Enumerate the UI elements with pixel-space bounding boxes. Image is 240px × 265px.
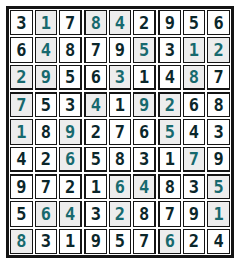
cell-r6c2[interactable]: 2	[35, 147, 58, 172]
cell-r5c5[interactable]: 7	[109, 119, 132, 144]
cell-r9c4[interactable]: 9	[84, 229, 107, 254]
cell-r8c7[interactable]: 7	[158, 201, 181, 226]
cell-r7c2[interactable]: 7	[35, 174, 58, 199]
cell-r9c7[interactable]: 6	[158, 229, 181, 254]
cell-r7c6[interactable]: 4	[133, 174, 156, 199]
cell-r1c6[interactable]: 2	[133, 10, 156, 35]
cell-r6c6[interactable]: 3	[133, 147, 156, 172]
cell-r4c4[interactable]: 4	[84, 92, 107, 117]
cell-r6c5[interactable]: 8	[109, 147, 132, 172]
cell-r8c5[interactable]: 2	[109, 201, 132, 226]
cell-r6c7[interactable]: 1	[158, 147, 181, 172]
cell-r3c4[interactable]: 6	[84, 65, 107, 90]
cell-r6c3[interactable]: 6	[59, 147, 82, 172]
cell-r8c4[interactable]: 3	[84, 201, 107, 226]
cell-r6c9[interactable]: 9	[207, 147, 230, 172]
cell-r3c8[interactable]: 8	[183, 65, 206, 90]
cell-r4c1[interactable]: 7	[10, 92, 33, 117]
cell-r9c9[interactable]: 4	[207, 229, 230, 254]
cell-r4c3[interactable]: 3	[59, 92, 82, 117]
sudoku-page: 3178429566487953122956314877534192681892…	[0, 0, 240, 265]
cell-r1c2[interactable]: 1	[35, 10, 58, 35]
cell-r9c5[interactable]: 5	[109, 229, 132, 254]
cell-r3c9[interactable]: 7	[207, 65, 230, 90]
cell-r5c9[interactable]: 3	[207, 119, 230, 144]
cell-r5c6[interactable]: 6	[133, 119, 156, 144]
cell-r4c8[interactable]: 6	[183, 92, 206, 117]
cell-r8c9[interactable]: 1	[207, 201, 230, 226]
cell-r5c1[interactable]: 1	[10, 119, 33, 144]
cell-r8c3[interactable]: 4	[59, 201, 82, 226]
cell-r7c9[interactable]: 5	[207, 174, 230, 199]
cell-r2c6[interactable]: 5	[133, 37, 156, 62]
cell-r2c9[interactable]: 2	[207, 37, 230, 62]
cell-r5c7[interactable]: 5	[158, 119, 181, 144]
cell-r9c6[interactable]: 7	[133, 229, 156, 254]
cell-r1c9[interactable]: 6	[207, 10, 230, 35]
cell-r9c8[interactable]: 2	[183, 229, 206, 254]
cell-r3c2[interactable]: 9	[35, 65, 58, 90]
cell-r8c1[interactable]: 5	[10, 201, 33, 226]
cell-r2c2[interactable]: 4	[35, 37, 58, 62]
cell-r9c1[interactable]: 8	[10, 229, 33, 254]
cell-r7c5[interactable]: 6	[109, 174, 132, 199]
cell-r8c8[interactable]: 9	[183, 201, 206, 226]
cell-r1c3[interactable]: 7	[59, 10, 82, 35]
cell-r1c8[interactable]: 5	[183, 10, 206, 35]
cell-r7c4[interactable]: 1	[84, 174, 107, 199]
cell-r3c6[interactable]: 1	[133, 65, 156, 90]
cell-r4c9[interactable]: 8	[207, 92, 230, 117]
cell-r8c6[interactable]: 8	[133, 201, 156, 226]
cell-r5c3[interactable]: 9	[59, 119, 82, 144]
cell-r1c4[interactable]: 8	[84, 10, 107, 35]
cell-r3c5[interactable]: 3	[109, 65, 132, 90]
cell-r7c7[interactable]: 8	[158, 174, 181, 199]
cell-r9c3[interactable]: 1	[59, 229, 82, 254]
cell-r7c1[interactable]: 9	[10, 174, 33, 199]
cell-r5c4[interactable]: 2	[84, 119, 107, 144]
cell-r2c5[interactable]: 9	[109, 37, 132, 62]
cell-r1c1[interactable]: 3	[10, 10, 33, 35]
cell-r4c5[interactable]: 1	[109, 92, 132, 117]
cell-r6c8[interactable]: 7	[183, 147, 206, 172]
cell-r7c8[interactable]: 3	[183, 174, 206, 199]
cell-r6c1[interactable]: 4	[10, 147, 33, 172]
sudoku-board: 3178429566487953122956314877534192681892…	[6, 6, 234, 258]
cell-r5c8[interactable]: 4	[183, 119, 206, 144]
cell-r2c4[interactable]: 7	[84, 37, 107, 62]
cell-r3c3[interactable]: 5	[59, 65, 82, 90]
cell-r9c2[interactable]: 3	[35, 229, 58, 254]
cell-r1c5[interactable]: 4	[109, 10, 132, 35]
cell-r8c2[interactable]: 6	[35, 201, 58, 226]
cell-r2c8[interactable]: 1	[183, 37, 206, 62]
cell-r2c3[interactable]: 8	[59, 37, 82, 62]
cell-r4c7[interactable]: 2	[158, 92, 181, 117]
cell-r1c7[interactable]: 9	[158, 10, 181, 35]
cell-r2c1[interactable]: 6	[10, 37, 33, 62]
cell-r7c3[interactable]: 2	[59, 174, 82, 199]
cell-r6c4[interactable]: 5	[84, 147, 107, 172]
cell-r2c7[interactable]: 3	[158, 37, 181, 62]
cell-r3c1[interactable]: 2	[10, 65, 33, 90]
cell-r4c6[interactable]: 9	[133, 92, 156, 117]
cell-r5c2[interactable]: 8	[35, 119, 58, 144]
cell-r3c7[interactable]: 4	[158, 65, 181, 90]
cell-r4c2[interactable]: 5	[35, 92, 58, 117]
